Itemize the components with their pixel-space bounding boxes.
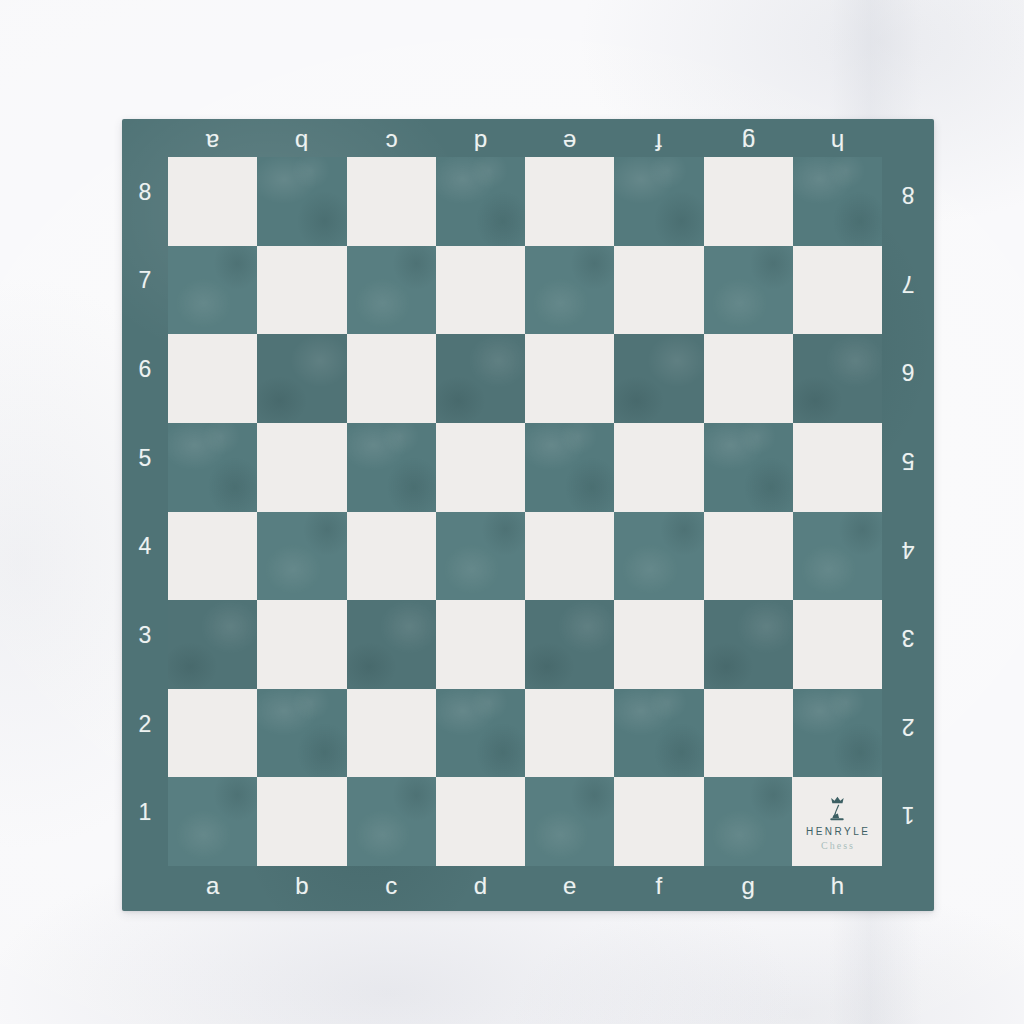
file-label-top-g: g	[704, 119, 793, 157]
square-c8[interactable]	[347, 157, 436, 246]
square-e5[interactable]	[525, 423, 614, 512]
square-h8[interactable]	[793, 157, 882, 246]
board-grid	[168, 157, 882, 866]
chess-mat: abcdefgh 87654321 87654321 abcdefgh HENR…	[122, 119, 934, 911]
square-e4[interactable]	[525, 512, 614, 601]
file-labels-bottom: abcdefgh	[168, 866, 882, 911]
square-g1[interactable]	[704, 777, 793, 866]
square-d5[interactable]	[436, 423, 525, 512]
square-b2[interactable]	[257, 689, 346, 778]
square-b5[interactable]	[257, 423, 346, 512]
square-g4[interactable]	[704, 512, 793, 601]
square-h2[interactable]	[793, 689, 882, 778]
square-e7[interactable]	[525, 246, 614, 335]
square-g2[interactable]	[704, 689, 793, 778]
square-a1[interactable]	[168, 777, 257, 866]
square-f6[interactable]	[614, 334, 703, 423]
square-c1[interactable]	[347, 777, 436, 866]
square-h4[interactable]	[793, 512, 882, 601]
square-b1[interactable]	[257, 777, 346, 866]
square-b8[interactable]	[257, 157, 346, 246]
file-label-bottom-e: e	[525, 866, 614, 911]
square-b7[interactable]	[257, 246, 346, 335]
square-c7[interactable]	[347, 246, 436, 335]
square-g6[interactable]	[704, 334, 793, 423]
square-f5[interactable]	[614, 423, 703, 512]
square-f1[interactable]	[614, 777, 703, 866]
square-h6[interactable]	[793, 334, 882, 423]
rank-labels-right: 87654321	[882, 157, 934, 866]
square-c6[interactable]	[347, 334, 436, 423]
square-f2[interactable]	[614, 689, 703, 778]
crowned-knight-icon	[822, 793, 852, 823]
square-a8[interactable]	[168, 157, 257, 246]
brand-name: HENRYLE	[806, 826, 871, 837]
rank-label-left-7: 7	[122, 246, 168, 335]
square-f8[interactable]	[614, 157, 703, 246]
rank-label-left-6: 6	[122, 334, 168, 423]
file-label-bottom-g: g	[704, 866, 793, 911]
file-label-top-h: h	[793, 119, 882, 157]
file-labels-top: abcdefgh	[168, 119, 882, 157]
square-a6[interactable]	[168, 334, 257, 423]
file-label-bottom-b: b	[257, 866, 346, 911]
rank-label-right-2: 2	[882, 689, 934, 778]
file-label-bottom-a: a	[168, 866, 257, 911]
file-label-top-f: f	[614, 119, 703, 157]
rank-label-right-3: 3	[882, 600, 934, 689]
rank-label-right-4: 4	[882, 512, 934, 601]
rank-label-left-2: 2	[122, 689, 168, 778]
rank-labels-left: 87654321	[122, 157, 168, 866]
rank-label-left-8: 8	[122, 157, 168, 246]
brand-logo: HENRYLE Chess	[792, 777, 882, 866]
square-h5[interactable]	[793, 423, 882, 512]
square-d8[interactable]	[436, 157, 525, 246]
square-e3[interactable]	[525, 600, 614, 689]
square-h7[interactable]	[793, 246, 882, 335]
brand-subtitle: Chess	[821, 840, 855, 851]
square-c5[interactable]	[347, 423, 436, 512]
square-d4[interactable]	[436, 512, 525, 601]
file-label-top-b: b	[257, 119, 346, 157]
square-b3[interactable]	[257, 600, 346, 689]
square-d1[interactable]	[436, 777, 525, 866]
square-f7[interactable]	[614, 246, 703, 335]
square-f4[interactable]	[614, 512, 703, 601]
rank-label-right-5: 5	[882, 423, 934, 512]
file-label-top-c: c	[347, 119, 436, 157]
square-b6[interactable]	[257, 334, 346, 423]
square-a2[interactable]	[168, 689, 257, 778]
rank-label-left-4: 4	[122, 512, 168, 601]
square-d7[interactable]	[436, 246, 525, 335]
rank-label-right-8: 8	[882, 157, 934, 246]
file-label-bottom-d: d	[436, 866, 525, 911]
square-g7[interactable]	[704, 246, 793, 335]
rank-label-left-1: 1	[122, 777, 168, 866]
file-label-bottom-c: c	[347, 866, 436, 911]
rank-label-left-5: 5	[122, 423, 168, 512]
file-label-top-a: a	[168, 119, 257, 157]
file-label-top-e: e	[525, 119, 614, 157]
rank-label-right-1: 1	[882, 777, 934, 866]
square-d3[interactable]	[436, 600, 525, 689]
file-label-bottom-h: h	[793, 866, 882, 911]
rank-label-right-6: 6	[882, 334, 934, 423]
square-e2[interactable]	[525, 689, 614, 778]
file-label-top-d: d	[436, 119, 525, 157]
square-c2[interactable]	[347, 689, 436, 778]
square-d2[interactable]	[436, 689, 525, 778]
square-a3[interactable]	[168, 600, 257, 689]
square-a5[interactable]	[168, 423, 257, 512]
square-g8[interactable]	[704, 157, 793, 246]
square-h3[interactable]	[793, 600, 882, 689]
file-label-bottom-f: f	[614, 866, 703, 911]
rank-label-right-7: 7	[882, 246, 934, 335]
square-e6[interactable]	[525, 334, 614, 423]
square-c4[interactable]	[347, 512, 436, 601]
square-e1[interactable]	[525, 777, 614, 866]
square-g5[interactable]	[704, 423, 793, 512]
square-b4[interactable]	[257, 512, 346, 601]
photo-scene: abcdefgh 87654321 87654321 abcdefgh HENR…	[0, 0, 1024, 1024]
square-c3[interactable]	[347, 600, 436, 689]
square-g3[interactable]	[704, 600, 793, 689]
square-f3[interactable]	[614, 600, 703, 689]
square-a7[interactable]	[168, 246, 257, 335]
square-e8[interactable]	[525, 157, 614, 246]
square-a4[interactable]	[168, 512, 257, 601]
rank-label-left-3: 3	[122, 600, 168, 689]
square-d6[interactable]	[436, 334, 525, 423]
